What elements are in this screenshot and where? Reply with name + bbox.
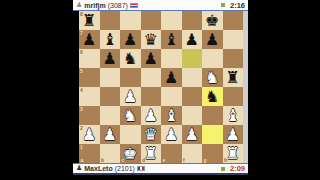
square-g2[interactable] [202,125,223,144]
piece-black-pawn[interactable]: ♟ [205,30,219,49]
square-h7[interactable] [223,30,244,49]
top-player-name[interactable]: mrifjm [84,2,105,9]
piece-black-king[interactable]: ♚ [205,11,219,30]
piece-black-rook[interactable]: ♜ [226,68,240,87]
piece-black-pawn[interactable]: ♟ [144,49,158,68]
rank-label-6: 6 [80,50,83,55]
piece-white-rook[interactable]: ♜ [226,144,240,163]
square-d3[interactable]: ♟ [141,106,162,125]
piece-black-pawn[interactable]: ♟ [103,49,117,68]
square-a5[interactable]: 5 [79,68,100,87]
piece-white-pawn[interactable]: ♟ [123,87,137,106]
piece-black-bishop[interactable]: ♝ [103,30,117,49]
square-c6[interactable]: ♞ [120,49,141,68]
bottom-player-name[interactable]: MaxLeto [84,165,112,172]
square-c3[interactable]: ♞ [120,106,141,125]
square-h5[interactable]: ♜ [223,68,244,87]
square-b3[interactable] [100,106,121,125]
square-c4[interactable]: ♟ [120,87,141,106]
square-d7[interactable]: ♛ [141,30,162,49]
square-e5[interactable]: ♟ [161,68,182,87]
square-b4[interactable] [100,87,121,106]
square-f2[interactable]: ♟ [182,125,203,144]
piece-black-rook[interactable]: ♜ [82,11,96,30]
square-g1[interactable]: g [202,144,223,163]
piece-black-pawn[interactable]: ♟ [164,68,178,87]
square-c7[interactable]: ♟ [120,30,141,49]
square-e7[interactable]: ♝ [161,30,182,49]
square-g8[interactable]: ♚ [202,11,223,30]
top-player-bar: ♟ mrifjm (3087) 2:16 [73,0,248,11]
square-e4[interactable] [161,87,182,106]
white-side-piece-icon: ♟ [76,165,82,172]
file-label-f: f [183,158,185,163]
square-a4[interactable]: 4 [79,87,100,106]
file-label-c: c [122,158,125,163]
square-e6[interactable] [161,49,182,68]
top-player-rating: (3087) [108,2,128,9]
square-b2[interactable]: ♟ [100,125,121,144]
file-label-e: e [163,158,166,163]
square-c8[interactable] [120,11,141,30]
file-label-d: d [142,158,145,163]
bottom-player-flag-icon [137,166,145,171]
piece-white-pawn[interactable]: ♟ [144,106,158,125]
square-e1[interactable]: e [161,144,182,163]
square-a8[interactable]: 8♜ [79,11,100,30]
square-b5[interactable] [100,68,121,87]
square-f6[interactable] [182,49,203,68]
piece-white-pawn[interactable]: ♟ [226,125,240,144]
square-h6[interactable] [223,49,244,68]
top-player-flag-icon [130,3,138,8]
square-g4[interactable]: ♞ [202,87,223,106]
file-label-b: b [101,158,104,163]
file-label-a: a [81,158,84,163]
square-g7[interactable]: ♟ [202,30,223,49]
piece-white-bishop[interactable]: ♝ [164,106,178,125]
square-e8[interactable] [161,11,182,30]
bottom-player-clock: 2:09 [230,164,245,173]
top-player-clock: 2:16 [230,1,245,10]
square-d1[interactable]: d♜ [141,144,162,163]
rank-label-8: 8 [80,12,83,17]
square-f1[interactable]: f [182,144,203,163]
square-b8[interactable] [100,11,121,30]
piece-black-knight[interactable]: ♞ [205,87,219,106]
square-h4[interactable] [223,87,244,106]
square-d4[interactable] [141,87,162,106]
square-f8[interactable] [182,11,203,30]
square-c2[interactable] [120,125,141,144]
square-h2[interactable]: ♟ [223,125,244,144]
bottom-player-rating: (2101) [115,165,135,172]
piece-black-bishop[interactable]: ♝ [164,30,178,49]
square-f3[interactable] [182,106,203,125]
piece-black-queen[interactable]: ♛ [144,30,158,49]
square-b7[interactable]: ♝ [100,30,121,49]
piece-white-bishop[interactable]: ♝ [226,106,240,125]
bottom-connection-icon [221,167,225,171]
piece-black-knight[interactable]: ♞ [123,49,137,68]
black-side-piece-icon: ♟ [76,2,82,9]
square-a1[interactable]: 1a [79,144,100,163]
piece-white-queen[interactable]: ♛ [144,125,158,144]
video-frame: ♟ mrifjm (3087) 2:16 8♜♚7♟♝♟♛♝♟♟6♟♞♟5♟♞♜… [0,0,320,180]
square-f5[interactable] [182,68,203,87]
panel-edge-strip [243,11,248,163]
chess-app-window: ♟ mrifjm (3087) 2:16 8♜♚7♟♝♟♛♝♟♟6♟♞♟5♟♞♜… [73,0,248,175]
file-label-g: g [204,158,207,163]
square-g5[interactable]: ♞ [202,68,223,87]
file-label-h: h [224,158,227,163]
piece-white-king[interactable]: ♚ [123,144,137,163]
square-b1[interactable]: b [100,144,121,163]
square-e3[interactable]: ♝ [161,106,182,125]
square-a3[interactable]: 3 [79,106,100,125]
square-h8[interactable] [223,11,244,30]
rank-label-7: 7 [80,31,83,36]
square-g6[interactable] [202,49,223,68]
square-f7[interactable]: ♟ [182,30,203,49]
piece-black-pawn[interactable]: ♟ [185,30,199,49]
square-d8[interactable] [141,11,162,30]
square-c5[interactable] [120,68,141,87]
rank-label-2: 2 [80,126,83,131]
square-e2[interactable]: ♟ [161,125,182,144]
square-h3[interactable]: ♝ [223,106,244,125]
square-d6[interactable]: ♟ [141,49,162,68]
square-a2[interactable]: 2♟ [79,125,100,144]
square-g3[interactable] [202,106,223,125]
square-f4[interactable] [182,87,203,106]
square-b6[interactable]: ♟ [100,49,121,68]
rank-label-1: 1 [80,145,83,150]
square-d2[interactable]: ♛ [141,125,162,144]
piece-white-knight[interactable]: ♞ [205,68,219,87]
piece-white-rook[interactable]: ♜ [144,144,158,163]
square-a7[interactable]: 7♟ [79,30,100,49]
piece-black-pawn[interactable]: ♟ [123,30,137,49]
piece-white-pawn[interactable]: ♟ [185,125,199,144]
rank-label-3: 3 [80,107,83,112]
square-d5[interactable] [141,68,162,87]
piece-white-pawn[interactable]: ♟ [164,125,178,144]
bottom-player-bar: ♟ MaxLeto (2101) 2:09 [73,163,248,175]
square-a6[interactable]: 6 [79,49,100,68]
square-c1[interactable]: c♚ [120,144,141,163]
chess-board[interactable]: 8♜♚7♟♝♟♛♝♟♟6♟♞♟5♟♞♜4♟♞3♞♟♝♝2♟♟♛♟♟♟1abc♚d… [79,11,243,163]
piece-white-knight[interactable]: ♞ [123,106,137,125]
rank-label-4: 4 [80,88,83,93]
rank-label-5: 5 [80,69,83,74]
square-h1[interactable]: h♜ [223,144,244,163]
top-connection-icon [221,3,225,7]
piece-white-pawn[interactable]: ♟ [82,125,96,144]
piece-black-pawn[interactable]: ♟ [82,30,96,49]
piece-white-pawn[interactable]: ♟ [103,125,117,144]
